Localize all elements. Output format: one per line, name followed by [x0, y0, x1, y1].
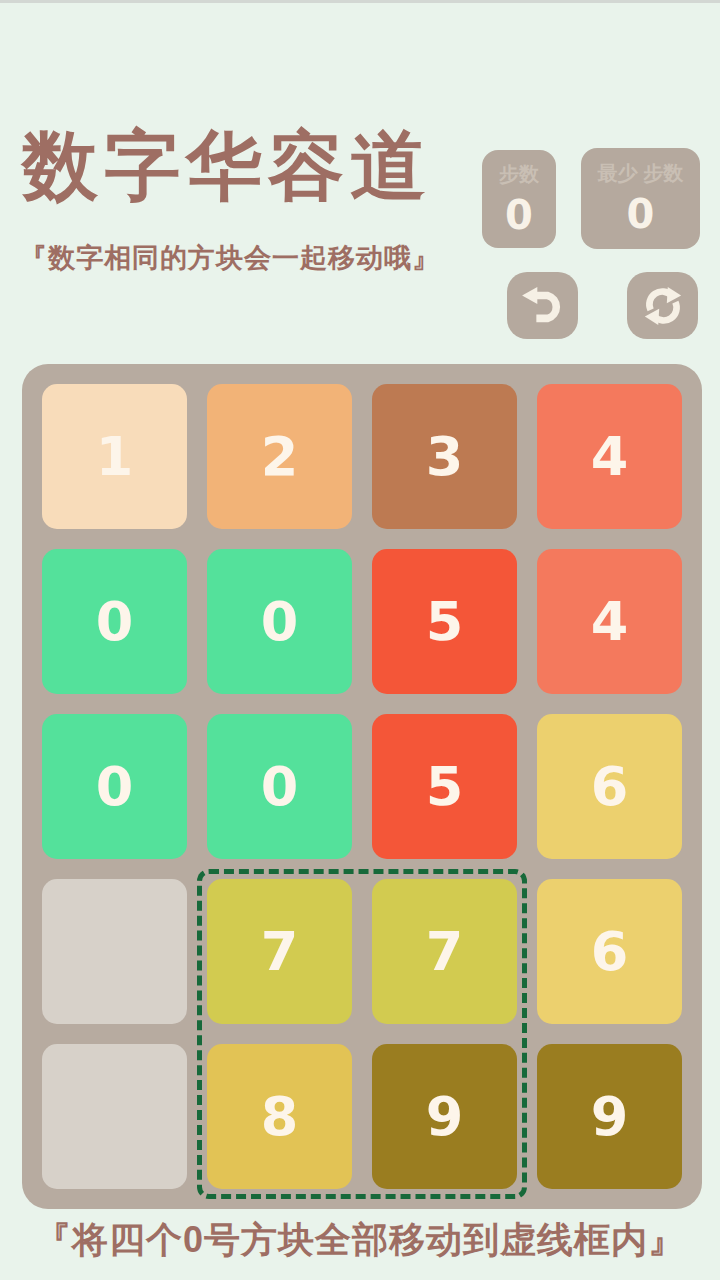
tile-3[interactable]: 3 [372, 384, 517, 529]
refresh-icon [642, 285, 684, 327]
tile-0[interactable]: 0 [42, 549, 187, 694]
tile-1[interactable]: 1 [42, 384, 187, 529]
undo-icon [522, 287, 564, 325]
steps-counter: 步数 0 [482, 150, 556, 248]
tile-9[interactable]: 9 [372, 1044, 517, 1189]
tile-5[interactable]: 5 [372, 714, 517, 859]
tile-6[interactable]: 6 [537, 879, 682, 1024]
game-board: 123400540056776899 [22, 364, 702, 1209]
tile-7[interactable]: 7 [207, 879, 352, 1024]
empty-cell [42, 1044, 187, 1189]
tile-0[interactable]: 0 [207, 549, 352, 694]
min-steps-counter: 最少 步数 0 [581, 148, 700, 249]
tile-5[interactable]: 5 [372, 549, 517, 694]
goal-instruction: 『将四个0号方块全部移动到虚线框内』 [0, 1216, 720, 1265]
tile-7[interactable]: 7 [372, 879, 517, 1024]
stats-panel: 步数 0 最少 步数 0 [482, 148, 700, 249]
page-subtitle: 『数字相同的方块会一起移动哦』 [20, 240, 440, 276]
undo-button[interactable] [507, 272, 578, 339]
tile-6[interactable]: 6 [537, 714, 682, 859]
steps-value: 0 [505, 192, 533, 238]
restart-button[interactable] [627, 272, 698, 339]
tile-4[interactable]: 4 [537, 384, 682, 529]
tile-4[interactable]: 4 [537, 549, 682, 694]
min-steps-value: 0 [627, 191, 655, 237]
page-title: 数字华容道 [22, 122, 432, 209]
steps-label: 步数 [499, 161, 539, 188]
empty-cell [42, 879, 187, 1024]
board-grid: 123400540056776899 [42, 384, 682, 1189]
tile-8[interactable]: 8 [207, 1044, 352, 1189]
tile-0[interactable]: 0 [207, 714, 352, 859]
tile-9[interactable]: 9 [537, 1044, 682, 1189]
tile-0[interactable]: 0 [42, 714, 187, 859]
tile-2[interactable]: 2 [207, 384, 352, 529]
min-steps-label: 最少 步数 [598, 160, 684, 187]
status-bar-edge [0, 0, 720, 3]
